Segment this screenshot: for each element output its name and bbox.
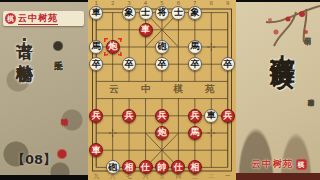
piece-char: 馬 (190, 42, 199, 51)
piece-char: 車 (207, 111, 216, 120)
piece-black-卒[interactable]: 卒 (122, 57, 136, 71)
piece-char: 車 (92, 8, 101, 17)
channel-seal-icon: 棋 (5, 13, 16, 24)
footer-seal-icon: 棋 (296, 159, 307, 170)
piece-black-車[interactable]: 車 (204, 109, 218, 123)
piece-char: 象 (190, 8, 199, 17)
piece-char: 卒 (190, 60, 199, 69)
piece-red-馬[interactable]: 馬 (188, 126, 202, 140)
piece-black-砲[interactable]: 砲 (155, 40, 169, 54)
piece-char: 砲 (108, 163, 117, 172)
piece-char: 卒 (125, 60, 134, 69)
piece-char: 兵 (125, 111, 134, 120)
piece-black-馬[interactable]: 馬 (188, 40, 202, 54)
piece-char: 車 (141, 25, 150, 34)
piece-char: 砲 (157, 42, 166, 51)
piece-red-炮[interactable]: 炮 (155, 126, 169, 140)
piece-red-帥[interactable]: 帥 (155, 160, 169, 174)
piece-char: 将 (157, 8, 166, 17)
piece-char: 卒 (92, 60, 101, 69)
piece-char: 相 (125, 163, 134, 172)
piece-black-士[interactable]: 士 (139, 6, 153, 20)
video-title: 古谱解读 (266, 34, 299, 152)
channel-name: 云中树苑 (18, 12, 58, 25)
piece-char: 兵 (157, 111, 166, 120)
piece-char: 卒 (223, 60, 232, 69)
piece-black-砲[interactable]: 砲 (106, 160, 120, 174)
piece-char: 馬 (92, 42, 101, 51)
piece-red-相[interactable]: 相 (122, 160, 136, 174)
piece-red-兵[interactable]: 兵 (122, 109, 136, 123)
piece-char: 兵 (190, 111, 199, 120)
left-banner: 棋 云中树苑 古谱·补桔中秘 【08】 无敌手 桔中秘 (0, 0, 88, 180)
piece-char: 象 (125, 8, 134, 17)
piece-black-馬[interactable]: 馬 (89, 40, 103, 54)
piece-char: 士 (174, 8, 183, 17)
piece-red-仕[interactable]: 仕 (171, 160, 185, 174)
piece-black-卒[interactable]: 卒 (89, 57, 103, 71)
episode-number: 【08】 (12, 151, 54, 169)
piece-grid: 車象士将士象車馬炮砲馬卒卒卒卒卒兵兵兵兵車兵炮馬車砲相仕帥仕相 (88, 4, 236, 176)
piece-char: 相 (190, 163, 199, 172)
xiangqi-board: 123456789 云中棋苑 九八七六五四三二一 車象士将士象車馬炮砲馬卒卒卒卒… (88, 0, 236, 180)
piece-red-仕[interactable]: 仕 (139, 160, 153, 174)
piece-char: 車 (92, 146, 101, 155)
piece-red-車[interactable]: 車 (89, 143, 103, 157)
piece-black-将[interactable]: 将 (155, 6, 169, 20)
piece-black-卒[interactable]: 卒 (155, 57, 169, 71)
right-banner: 云中原创 古谱解读 珍藏必看 云中树苑 棋 (236, 0, 320, 180)
piece-red-兵[interactable]: 兵 (89, 109, 103, 123)
piece-char: 卒 (157, 60, 166, 69)
piece-char: 士 (141, 8, 150, 17)
ink-seal-icon (53, 41, 63, 51)
thumbnail-stage: 棋 云中树苑 古谱·补桔中秘 【08】 无敌手 桔中秘 123456789 云中… (0, 0, 320, 180)
piece-red-兵[interactable]: 兵 (221, 109, 235, 123)
piece-char: 兵 (92, 111, 101, 120)
series-title: 古谱·补桔中秘 (13, 28, 35, 152)
piece-red-相[interactable]: 相 (188, 160, 202, 174)
piece-char: 馬 (190, 128, 199, 137)
piece-red-車[interactable]: 車 (139, 23, 153, 37)
footer-channel-banner: 云中树苑 棋 (240, 157, 318, 172)
piece-char: 兵 (223, 111, 232, 120)
piece-char: 仕 (174, 163, 183, 172)
piece-red-兵[interactable]: 兵 (188, 109, 202, 123)
piece-black-卒[interactable]: 卒 (221, 57, 235, 71)
piece-char: 炮 (157, 128, 166, 137)
piece-red-炮[interactable]: 炮 (106, 40, 120, 54)
piece-black-士[interactable]: 士 (171, 6, 185, 20)
channel-banner: 棋 云中树苑 (3, 11, 84, 26)
piece-black-象[interactable]: 象 (188, 6, 202, 20)
red-seal-icon (57, 149, 67, 159)
piece-black-卒[interactable]: 卒 (188, 57, 202, 71)
piece-char: 炮 (108, 42, 117, 51)
piece-char: 仕 (141, 163, 150, 172)
piece-black-象[interactable]: 象 (122, 6, 136, 20)
footer-channel-name: 云中树苑 (252, 158, 294, 171)
piece-black-車[interactable]: 車 (89, 6, 103, 20)
piece-char: 帥 (157, 163, 166, 172)
piece-red-兵[interactable]: 兵 (155, 109, 169, 123)
